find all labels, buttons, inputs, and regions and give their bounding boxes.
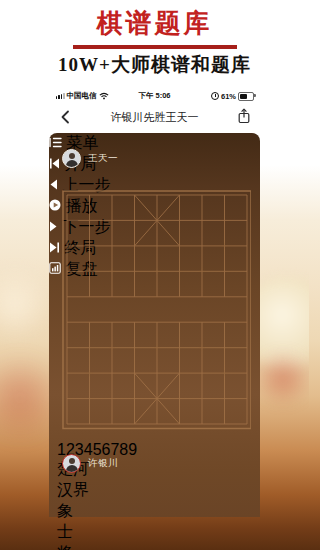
promo-banner: 棋谱题库 10W+大师棋谱和题库 — [0, 0, 309, 88]
battery-icon — [238, 92, 254, 101]
game-panel: 王天一 123456789 楚河 汉界 — [49, 133, 260, 517]
battery-fill — [240, 94, 247, 99]
rotation-lock-icon — [211, 92, 219, 100]
piece-black[interactable]: 象 — [57, 501, 251, 522]
phone-screenshot: 中国电信 下午 5:06 61% 许银川先胜王天一 — [49, 88, 260, 517]
piece-black[interactable]: 将 — [57, 543, 251, 550]
river-label-right: 汉界 — [57, 480, 251, 501]
skip-start-icon — [49, 158, 60, 169]
player-bottom-avatar — [62, 454, 81, 473]
player-bottom: 许银川 — [62, 454, 118, 473]
background-blur-blob — [0, 268, 50, 338]
share-button[interactable] — [237, 108, 251, 124]
menu-icon — [49, 137, 62, 148]
page-title: 许银川先胜王天一 — [49, 110, 260, 125]
board-grid[interactable]: 象士将車士馬炮象炮馬卒卒卒卒車卒兵兵兵兵車兵炮馬相炮馬相仕帥仕車 — [57, 501, 251, 550]
xiangqi-board[interactable]: 123456789 楚河 汉界 象士将車士馬炮象炮馬卒卒卒卒車卒兵兵兵兵車兵炮馬… — [57, 176, 251, 437]
player-top: 王天一 — [62, 149, 118, 168]
player-top-name: 王天一 — [88, 152, 118, 165]
piece-black[interactable]: 士 — [57, 522, 251, 543]
banner-underline — [73, 45, 237, 49]
player-bottom-name: 许银川 — [88, 457, 118, 470]
board-grid-lines — [57, 176, 251, 437]
banner-title: 棋谱题库 — [0, 6, 309, 41]
nav-bar: 许银川先胜王天一 — [49, 102, 260, 133]
status-bar: 中国电信 下午 5:06 61% — [49, 90, 260, 102]
banner-subtitle: 10W+大师棋谱和题库 — [0, 52, 309, 78]
player-top-avatar — [62, 149, 81, 168]
status-nav-area: 中国电信 下午 5:06 61% 许银川先胜王天一 — [49, 88, 260, 133]
battery-percent: 61% — [221, 92, 236, 101]
